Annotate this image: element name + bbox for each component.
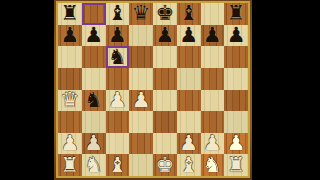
square-h2[interactable]: ♟: [224, 133, 248, 155]
square-f6[interactable]: [177, 46, 201, 68]
square-d6[interactable]: [129, 46, 153, 68]
piece-white-rook[interactable]: ♜: [60, 154, 79, 175]
square-b1[interactable]: ♞: [82, 154, 106, 176]
square-e1[interactable]: ♚: [153, 154, 177, 176]
square-g2[interactable]: ♟: [201, 133, 225, 155]
piece-white-rook[interactable]: ♜: [227, 154, 246, 175]
square-b5[interactable]: [82, 68, 106, 90]
piece-black-knight[interactable]: ♞: [108, 46, 127, 67]
square-f4[interactable]: [177, 90, 201, 112]
square-c3[interactable]: [106, 111, 130, 133]
square-e7[interactable]: ♟: [153, 25, 177, 47]
square-d2[interactable]: [129, 133, 153, 155]
square-d3[interactable]: [129, 111, 153, 133]
square-c6[interactable]: ♞: [106, 46, 130, 68]
piece-white-pawn[interactable]: ♟: [227, 133, 246, 154]
piece-white-pawn[interactable]: ♟: [60, 133, 79, 154]
square-c2[interactable]: [106, 133, 130, 155]
piece-white-pawn[interactable]: ♟: [84, 133, 103, 154]
square-c5[interactable]: [106, 68, 130, 90]
piece-black-pawn[interactable]: ♟: [179, 25, 198, 46]
square-f1[interactable]: ♝: [177, 154, 201, 176]
square-b4[interactable]: ♞: [82, 90, 106, 112]
piece-white-bishop[interactable]: ♝: [108, 154, 127, 175]
square-d7[interactable]: [129, 25, 153, 47]
piece-black-knight[interactable]: ♞: [84, 90, 103, 111]
square-h1[interactable]: ♜: [224, 154, 248, 176]
piece-white-pawn[interactable]: ♟: [203, 133, 222, 154]
square-d5[interactable]: [129, 68, 153, 90]
square-a7[interactable]: ♟: [58, 25, 82, 47]
square-a1[interactable]: ♜: [58, 154, 82, 176]
piece-black-rook[interactable]: ♜: [227, 3, 246, 24]
square-g4[interactable]: [201, 90, 225, 112]
piece-white-knight[interactable]: ♞: [203, 154, 222, 175]
square-d1[interactable]: [129, 154, 153, 176]
piece-black-pawn[interactable]: ♟: [108, 25, 127, 46]
square-e6[interactable]: [153, 46, 177, 68]
piece-white-bishop[interactable]: ♝: [179, 154, 198, 175]
piece-black-pawn[interactable]: ♟: [203, 25, 222, 46]
square-h3[interactable]: [224, 111, 248, 133]
square-b2[interactable]: ♟: [82, 133, 106, 155]
square-b6[interactable]: [82, 46, 106, 68]
square-f5[interactable]: [177, 68, 201, 90]
square-f3[interactable]: [177, 111, 201, 133]
square-c4[interactable]: ♟: [106, 90, 130, 112]
square-a5[interactable]: [58, 68, 82, 90]
square-g3[interactable]: [201, 111, 225, 133]
square-a8[interactable]: ♜: [58, 3, 82, 25]
piece-white-king[interactable]: ♚: [155, 154, 174, 175]
square-e5[interactable]: [153, 68, 177, 90]
square-b7[interactable]: ♟: [82, 25, 106, 47]
square-e8[interactable]: ♚: [153, 3, 177, 25]
square-g1[interactable]: ♞: [201, 154, 225, 176]
square-h6[interactable]: [224, 46, 248, 68]
square-e4[interactable]: [153, 90, 177, 112]
app-background: ♜♝♛♚♝♜♟♟♟♟♟♟♟♞♛♞♟♟♟♟♟♟♟♜♞♝♚♝♞♜: [0, 0, 320, 180]
square-c7[interactable]: ♟: [106, 25, 130, 47]
board-inner-border: ♜♝♛♚♝♜♟♟♟♟♟♟♟♞♛♞♟♟♟♟♟♟♟♜♞♝♚♝♞♜: [56, 1, 250, 178]
piece-black-pawn[interactable]: ♟: [84, 25, 103, 46]
square-g7[interactable]: ♟: [201, 25, 225, 47]
square-f7[interactable]: ♟: [177, 25, 201, 47]
square-f2[interactable]: ♟: [177, 133, 201, 155]
square-a2[interactable]: ♟: [58, 133, 82, 155]
square-b3[interactable]: [82, 111, 106, 133]
square-b8[interactable]: [82, 3, 106, 25]
piece-black-king[interactable]: ♚: [155, 3, 174, 24]
square-a3[interactable]: [58, 111, 82, 133]
square-c1[interactable]: ♝: [106, 154, 130, 176]
piece-black-rook[interactable]: ♜: [60, 3, 79, 24]
square-c8[interactable]: ♝: [106, 3, 130, 25]
square-g6[interactable]: [201, 46, 225, 68]
square-h7[interactable]: ♟: [224, 25, 248, 47]
piece-white-knight[interactable]: ♞: [84, 154, 103, 175]
piece-black-pawn[interactable]: ♟: [155, 25, 174, 46]
chess-board-frame: ♜♝♛♚♝♜♟♟♟♟♟♟♟♞♛♞♟♟♟♟♟♟♟♜♞♝♚♝♞♜: [54, 0, 252, 180]
square-a4[interactable]: ♛: [58, 90, 82, 112]
square-h4[interactable]: [224, 90, 248, 112]
piece-black-pawn[interactable]: ♟: [60, 25, 79, 46]
square-d4[interactable]: ♟: [129, 90, 153, 112]
chess-board: ♜♝♛♚♝♜♟♟♟♟♟♟♟♞♛♞♟♟♟♟♟♟♟♜♞♝♚♝♞♜: [58, 3, 248, 176]
piece-black-bishop[interactable]: ♝: [108, 3, 127, 24]
piece-white-pawn[interactable]: ♟: [132, 90, 151, 111]
square-f8[interactable]: ♝: [177, 3, 201, 25]
piece-black-bishop[interactable]: ♝: [179, 3, 198, 24]
square-g8[interactable]: [201, 3, 225, 25]
square-a6[interactable]: [58, 46, 82, 68]
piece-black-pawn[interactable]: ♟: [227, 25, 246, 46]
square-g5[interactable]: [201, 68, 225, 90]
square-h8[interactable]: ♜: [224, 3, 248, 25]
piece-black-queen[interactable]: ♛: [132, 3, 151, 24]
square-e3[interactable]: [153, 111, 177, 133]
piece-white-pawn[interactable]: ♟: [179, 133, 198, 154]
square-e2[interactable]: [153, 133, 177, 155]
square-d8[interactable]: ♛: [129, 3, 153, 25]
piece-white-pawn[interactable]: ♟: [108, 90, 127, 111]
square-h5[interactable]: [224, 68, 248, 90]
piece-white-queen[interactable]: ♛: [60, 90, 79, 111]
